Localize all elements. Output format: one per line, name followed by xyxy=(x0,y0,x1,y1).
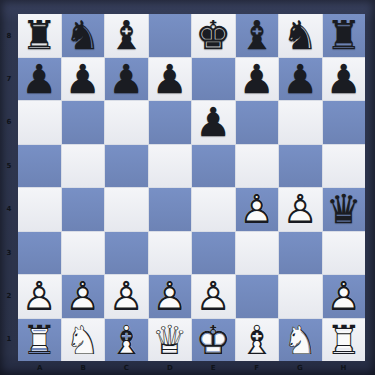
square-c1[interactable]: ♝♗ xyxy=(105,319,148,362)
square-f5[interactable] xyxy=(236,145,279,188)
square-d4[interactable] xyxy=(149,188,192,231)
rank-label-2: 2 xyxy=(0,274,18,317)
square-d5[interactable] xyxy=(149,145,192,188)
white-pawn[interactable]: ♙ xyxy=(149,275,192,318)
black-pawn[interactable]: ♟ xyxy=(192,101,235,144)
black-bishop[interactable]: ♝ xyxy=(105,14,148,57)
square-c8[interactable]: ♝ xyxy=(105,14,148,57)
black-rook[interactable]: ♜ xyxy=(18,14,61,57)
square-g3[interactable] xyxy=(279,232,322,275)
square-b5[interactable] xyxy=(62,145,105,188)
rank-label-1: 1 xyxy=(0,318,18,361)
square-h1[interactable]: ♜♖ xyxy=(323,319,366,362)
square-h8[interactable]: ♜ xyxy=(323,14,366,57)
file-label-h: H xyxy=(322,361,365,375)
black-pawn[interactable]: ♟ xyxy=(236,58,279,101)
square-d3[interactable] xyxy=(149,232,192,275)
file-label-g: G xyxy=(278,361,321,375)
square-f7[interactable]: ♟ xyxy=(236,58,279,101)
file-label-f: F xyxy=(235,361,278,375)
rank-label-4: 4 xyxy=(0,188,18,231)
white-knight[interactable]: ♘ xyxy=(62,319,105,362)
square-a7[interactable]: ♟ xyxy=(18,58,61,101)
black-pawn[interactable]: ♟ xyxy=(149,58,192,101)
black-rook[interactable]: ♜ xyxy=(323,14,366,57)
square-c4[interactable] xyxy=(105,188,148,231)
square-d7[interactable]: ♟ xyxy=(149,58,192,101)
square-g2[interactable] xyxy=(279,275,322,318)
black-knight[interactable]: ♞ xyxy=(62,14,105,57)
square-h6[interactable] xyxy=(323,101,366,144)
square-h7[interactable]: ♟ xyxy=(323,58,366,101)
file-label-a: A xyxy=(18,361,61,375)
black-pawn[interactable]: ♟ xyxy=(18,58,61,101)
rank-label-3: 3 xyxy=(0,231,18,274)
square-d8[interactable] xyxy=(149,14,192,57)
square-b7[interactable]: ♟ xyxy=(62,58,105,101)
square-d1[interactable]: ♛♕ xyxy=(149,319,192,362)
square-h4[interactable]: ♛ xyxy=(323,188,366,231)
square-a5[interactable] xyxy=(18,145,61,188)
chess-board-frame: 87654321 ABCDEFGH ♜♞♝♚♝♞♜♟♟♟♟♟♟♟♟♟♙♟♙♛♟♙… xyxy=(0,0,375,375)
square-g8[interactable]: ♞ xyxy=(279,14,322,57)
square-c3[interactable] xyxy=(105,232,148,275)
square-e4[interactable] xyxy=(192,188,235,231)
square-f4[interactable]: ♟♙ xyxy=(236,188,279,231)
square-b2[interactable]: ♟♙ xyxy=(62,275,105,318)
rank-label-5: 5 xyxy=(0,144,18,187)
white-king[interactable]: ♔ xyxy=(192,319,235,362)
square-a1[interactable]: ♜♖ xyxy=(18,319,61,362)
white-pawn[interactable]: ♙ xyxy=(105,275,148,318)
square-b6[interactable] xyxy=(62,101,105,144)
rank-label-7: 7 xyxy=(0,57,18,100)
white-rook[interactable]: ♖ xyxy=(18,319,61,362)
file-label-e: E xyxy=(192,361,235,375)
black-king[interactable]: ♚ xyxy=(192,14,235,57)
square-e8[interactable]: ♚ xyxy=(192,14,235,57)
square-b4[interactable] xyxy=(62,188,105,231)
square-a4[interactable] xyxy=(18,188,61,231)
rank-label-6: 6 xyxy=(0,101,18,144)
black-queen[interactable]: ♛ xyxy=(323,188,366,231)
white-pawn[interactable]: ♙ xyxy=(279,188,322,231)
square-e1[interactable]: ♚♔ xyxy=(192,319,235,362)
chess-board[interactable]: ♜♞♝♚♝♞♜♟♟♟♟♟♟♟♟♟♙♟♙♛♟♙♟♙♟♙♟♙♟♙♟♙♜♖♞♘♝♗♛♕… xyxy=(18,14,365,361)
square-d2[interactable]: ♟♙ xyxy=(149,275,192,318)
square-c6[interactable] xyxy=(105,101,148,144)
square-f3[interactable] xyxy=(236,232,279,275)
square-h3[interactable] xyxy=(323,232,366,275)
black-bishop[interactable]: ♝ xyxy=(236,14,279,57)
white-pawn[interactable]: ♙ xyxy=(323,275,366,318)
white-knight[interactable]: ♘ xyxy=(279,319,322,362)
square-a8[interactable]: ♜ xyxy=(18,14,61,57)
square-g5[interactable] xyxy=(279,145,322,188)
white-bishop[interactable]: ♗ xyxy=(236,319,279,362)
square-c5[interactable] xyxy=(105,145,148,188)
square-e6[interactable]: ♟ xyxy=(192,101,235,144)
square-f1[interactable]: ♝♗ xyxy=(236,319,279,362)
square-e7[interactable] xyxy=(192,58,235,101)
white-rook[interactable]: ♖ xyxy=(323,319,366,362)
square-b3[interactable] xyxy=(62,232,105,275)
square-h2[interactable]: ♟♙ xyxy=(323,275,366,318)
white-queen[interactable]: ♕ xyxy=(149,319,192,362)
rank-label-8: 8 xyxy=(0,14,18,57)
square-g4[interactable]: ♟♙ xyxy=(279,188,322,231)
black-pawn[interactable]: ♟ xyxy=(62,58,105,101)
square-d6[interactable] xyxy=(149,101,192,144)
square-a3[interactable] xyxy=(18,232,61,275)
black-knight[interactable]: ♞ xyxy=(279,14,322,57)
white-pawn[interactable]: ♙ xyxy=(18,275,61,318)
white-pawn[interactable]: ♙ xyxy=(236,188,279,231)
square-c7[interactable]: ♟ xyxy=(105,58,148,101)
square-e3[interactable] xyxy=(192,232,235,275)
square-g7[interactable]: ♟ xyxy=(279,58,322,101)
black-pawn[interactable]: ♟ xyxy=(279,58,322,101)
file-labels: ABCDEFGH xyxy=(18,361,365,375)
black-pawn[interactable]: ♟ xyxy=(105,58,148,101)
square-f6[interactable] xyxy=(236,101,279,144)
square-b8[interactable]: ♞ xyxy=(62,14,105,57)
white-bishop[interactable]: ♗ xyxy=(105,319,148,362)
file-label-b: B xyxy=(61,361,104,375)
square-a2[interactable]: ♟♙ xyxy=(18,275,61,318)
square-e5[interactable] xyxy=(192,145,235,188)
rank-labels: 87654321 xyxy=(0,14,18,361)
square-a6[interactable] xyxy=(18,101,61,144)
black-pawn[interactable]: ♟ xyxy=(323,58,366,101)
white-pawn[interactable]: ♙ xyxy=(192,275,235,318)
square-f2[interactable] xyxy=(236,275,279,318)
square-h5[interactable] xyxy=(323,145,366,188)
white-pawn[interactable]: ♙ xyxy=(62,275,105,318)
square-g6[interactable] xyxy=(279,101,322,144)
square-f8[interactable]: ♝ xyxy=(236,14,279,57)
square-b1[interactable]: ♞♘ xyxy=(62,319,105,362)
square-c2[interactable]: ♟♙ xyxy=(105,275,148,318)
file-label-d: D xyxy=(148,361,191,375)
square-g1[interactable]: ♞♘ xyxy=(279,319,322,362)
file-label-c: C xyxy=(105,361,148,375)
square-e2[interactable]: ♟♙ xyxy=(192,275,235,318)
